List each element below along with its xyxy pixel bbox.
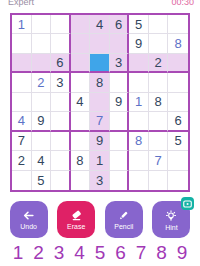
timer: 00:30 [171, 0, 194, 7]
cell-r3c3[interactable]: 6 [51, 54, 71, 73]
numpad-3[interactable]: 3 [51, 242, 67, 264]
cell-r1c1[interactable]: 1 [12, 15, 32, 34]
cell-r7c9[interactable]: 5 [168, 132, 188, 151]
cell-r3c4[interactable] [71, 54, 91, 73]
cell-r3c7[interactable] [129, 54, 149, 73]
cell-r8c2[interactable]: 4 [32, 151, 52, 170]
toolbar: Undo Erase Pencil [0, 201, 200, 238]
cell-r5c4[interactable]: 4 [71, 93, 91, 112]
cell-r9c9[interactable] [168, 171, 188, 190]
cell-r7c4[interactable] [71, 132, 91, 151]
numpad-7[interactable]: 7 [133, 242, 149, 264]
undo-label: Undo [20, 223, 37, 230]
cell-r5c6[interactable]: 9 [110, 93, 130, 112]
cell-r5c1[interactable] [12, 93, 32, 112]
cell-r1c3[interactable] [51, 15, 71, 34]
erase-label: Erase [67, 223, 85, 230]
cell-r2c1[interactable] [12, 34, 32, 53]
cell-r9c1[interactable] [12, 171, 32, 190]
cell-r2c5[interactable] [90, 34, 110, 53]
cell-r6c3[interactable] [51, 112, 71, 131]
cell-r8c3[interactable] [51, 151, 71, 170]
cell-r3c6[interactable]: 3 [110, 54, 130, 73]
cell-r4c6[interactable] [110, 73, 130, 92]
video-ad-badge [181, 197, 194, 210]
sudoku-grid: 1465986322384918497679852481753 [10, 13, 190, 192]
cell-r4c9[interactable] [168, 73, 188, 92]
pencil-icon [117, 209, 130, 222]
cell-r8c8[interactable]: 7 [149, 151, 169, 170]
cell-r3c8[interactable]: 2 [149, 54, 169, 73]
cell-r1c7[interactable]: 5 [129, 15, 149, 34]
lightbulb-icon [164, 209, 178, 223]
cell-r6c9[interactable]: 6 [168, 112, 188, 131]
header: Expert 00:30 [0, 0, 200, 10]
cell-r6c7[interactable] [129, 112, 149, 131]
cell-r6c1[interactable]: 4 [12, 112, 32, 131]
pencil-label: Pencil [114, 223, 133, 230]
difficulty-label: Expert [8, 0, 34, 7]
cell-r4c8[interactable] [149, 73, 169, 92]
cell-r9c8[interactable] [149, 171, 169, 190]
cell-r8c6[interactable] [110, 151, 130, 170]
cell-r2c3[interactable] [51, 34, 71, 53]
cell-r3c5[interactable] [90, 54, 110, 73]
numpad-2[interactable]: 2 [31, 242, 47, 264]
cell-r2c4[interactable] [71, 34, 91, 53]
cell-r1c6[interactable]: 6 [110, 15, 130, 34]
cell-r9c5[interactable]: 3 [90, 171, 110, 190]
cell-r9c3[interactable] [51, 171, 71, 190]
numpad-4[interactable]: 4 [72, 242, 88, 264]
eraser-icon [70, 209, 83, 222]
cell-r7c3[interactable] [51, 132, 71, 151]
cell-r6c8[interactable] [149, 112, 169, 131]
cell-r3c2[interactable] [32, 54, 52, 73]
numpad-5[interactable]: 5 [92, 242, 108, 264]
cell-r1c9[interactable] [168, 15, 188, 34]
numpad-8[interactable]: 8 [154, 242, 170, 264]
cell-r8c7[interactable] [129, 151, 149, 170]
cell-r2c2[interactable] [32, 34, 52, 53]
erase-button[interactable]: Erase [57, 201, 95, 238]
cell-r5c5[interactable] [90, 93, 110, 112]
cell-r8c9[interactable] [168, 151, 188, 170]
cell-r7c7[interactable]: 8 [129, 132, 149, 151]
cell-r5c7[interactable]: 1 [129, 93, 149, 112]
cell-r9c7[interactable] [129, 171, 149, 190]
cell-r9c4[interactable] [71, 171, 91, 190]
cell-r4c3[interactable]: 3 [51, 73, 71, 92]
cell-r3c9[interactable] [168, 54, 188, 73]
cell-r7c2[interactable] [32, 132, 52, 151]
cell-r2c9[interactable]: 8 [168, 34, 188, 53]
hint-label: Hint [165, 224, 177, 231]
numpad-9[interactable]: 9 [174, 242, 190, 264]
cell-r1c4[interactable] [71, 15, 91, 34]
cell-r2c7[interactable]: 9 [129, 34, 149, 53]
cell-r1c8[interactable] [149, 15, 169, 34]
cell-r3c1[interactable] [12, 54, 32, 73]
cell-r9c2[interactable]: 5 [32, 171, 52, 190]
cell-r9c6[interactable] [110, 171, 130, 190]
cell-r4c4[interactable] [71, 73, 91, 92]
cell-r2c6[interactable] [110, 34, 130, 53]
numpad: 123456789 [0, 242, 200, 264]
cell-r2c8[interactable] [149, 34, 169, 53]
cell-r8c1[interactable]: 2 [12, 151, 32, 170]
cell-r4c1[interactable] [12, 73, 32, 92]
cell-r1c2[interactable] [32, 15, 52, 34]
cell-r8c4[interactable]: 8 [71, 151, 91, 170]
undo-arrow-icon [22, 209, 35, 222]
cell-r6c2[interactable]: 9 [32, 112, 52, 131]
cell-r4c5[interactable]: 8 [90, 73, 110, 92]
cell-r5c3[interactable] [51, 93, 71, 112]
cell-r7c5[interactable]: 9 [90, 132, 110, 151]
cell-r5c8[interactable]: 8 [149, 93, 169, 112]
numpad-6[interactable]: 6 [113, 242, 129, 264]
cell-r4c2[interactable]: 2 [32, 73, 52, 92]
cell-r8c5[interactable]: 1 [90, 151, 110, 170]
cell-r7c1[interactable]: 7 [12, 132, 32, 151]
cell-r7c6[interactable] [110, 132, 130, 151]
cell-r7c8[interactable] [149, 132, 169, 151]
hint-button[interactable]: Hint [152, 201, 190, 238]
cell-r1c5[interactable]: 4 [90, 15, 110, 34]
cell-r5c2[interactable] [32, 93, 52, 112]
cell-r4c7[interactable] [129, 73, 149, 92]
cell-r6c5[interactable]: 7 [90, 112, 110, 131]
pencil-button[interactable]: Pencil [105, 201, 143, 238]
cell-r6c6[interactable] [110, 112, 130, 131]
cell-r5c9[interactable] [168, 93, 188, 112]
cell-r6c4[interactable] [71, 112, 91, 131]
numpad-1[interactable]: 1 [10, 242, 26, 264]
undo-button[interactable]: Undo [10, 201, 48, 238]
